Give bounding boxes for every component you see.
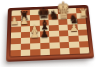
square-f1[interactable] <box>59 48 69 55</box>
white-pawn-glyph: ♟ <box>10 16 19 26</box>
white-rook-h7[interactable]: ♜ <box>79 12 89 17</box>
white-pawn-a6[interactable]: ♟ <box>10 20 20 25</box>
white-pawn-glyph: ♟ <box>20 16 29 26</box>
square-d1[interactable] <box>40 49 50 56</box>
white-pawn-glyph: ♟ <box>30 30 39 40</box>
square-g1[interactable] <box>69 48 79 55</box>
black-pawn-glyph: ♟ <box>40 30 49 40</box>
square-e1[interactable] <box>50 48 60 55</box>
black-pawn-d3[interactable]: ♟ <box>40 33 50 38</box>
chess-set-photo: ♚♜♚♞♛♜♟♟♞♝♟♟♟♟ <box>0 0 100 67</box>
square-b1[interactable] <box>20 50 30 57</box>
white-rook-glyph: ♜ <box>78 7 89 19</box>
white-pawn-b6[interactable]: ♟ <box>20 20 30 25</box>
square-a1[interactable] <box>10 50 20 57</box>
white-pawn-glyph: ♟ <box>70 24 79 34</box>
pieces-layer: ♚♜♚♞♛♜♟♟♞♝♟♟♟♟ <box>9 7 90 49</box>
white-pawn-c3[interactable]: ♟ <box>30 34 40 39</box>
square-c1[interactable] <box>30 49 40 56</box>
square-h1[interactable] <box>79 47 89 54</box>
white-pawn-g4[interactable]: ♟ <box>69 27 79 32</box>
